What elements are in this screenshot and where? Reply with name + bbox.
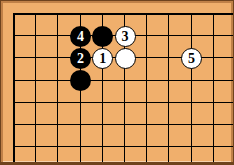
grid-line-horizontal [13, 102, 233, 103]
black-stone [92, 26, 113, 47]
go-diagram: 12345 [0, 0, 234, 165]
grid-line-horizontal [13, 124, 233, 125]
move-number-label: 2 [70, 48, 91, 69]
white-stone [115, 48, 136, 69]
grid-line-horizontal [13, 13, 233, 15]
move-number-label: 3 [115, 26, 136, 47]
black-stone [70, 70, 91, 91]
grid-line-horizontal [13, 146, 233, 147]
go-board: 12345 [1, 1, 233, 162]
grid-line-horizontal [13, 80, 233, 81]
move-number-label: 4 [70, 26, 91, 47]
move-number-label: 5 [181, 48, 202, 69]
move-number-label: 1 [92, 48, 113, 69]
